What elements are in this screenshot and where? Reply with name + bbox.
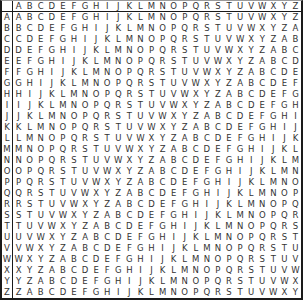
grid-cell: U [91, 155, 102, 166]
grid-cell: V [290, 254, 301, 265]
grid-cell: Z [35, 265, 46, 276]
grid-cell: V [46, 210, 57, 221]
grid-cell: D [235, 111, 246, 122]
grid-cell: T [57, 177, 68, 188]
grid-cell: O [257, 210, 268, 221]
grid-cell: D [13, 45, 24, 56]
grid-cell: D [279, 67, 290, 78]
grid-cell: W [146, 122, 157, 133]
grid-cell: B [190, 133, 201, 144]
grid-cell: N [35, 133, 46, 144]
grid-cell: H [223, 166, 234, 177]
grid-cell: O [246, 221, 257, 232]
grid-cell: W [135, 133, 146, 144]
grid-cell: P [135, 56, 146, 67]
grid-cell: X [80, 199, 91, 210]
grid-cell: H [35, 67, 46, 78]
grid-cell: Y [179, 111, 190, 122]
grid-cell: T [146, 89, 157, 100]
grid-cell: C [201, 133, 212, 144]
grid-cell: A [268, 45, 279, 56]
grid-cell: E [102, 254, 113, 265]
grid-cell: Q [124, 78, 135, 89]
grid-cell: Z [146, 155, 157, 166]
grid-cell: K [68, 67, 79, 78]
grid-cell: W [212, 56, 223, 67]
grid-cell: Y [146, 144, 157, 155]
grid-cell: A [80, 232, 91, 243]
grid-cell: D [57, 287, 68, 298]
grid-cell: P [279, 199, 290, 210]
grid-cell: G [91, 287, 102, 298]
grid-cell: L [91, 56, 102, 67]
grid-cell: Y [246, 45, 257, 56]
grid-cell: D [168, 177, 179, 188]
grid-cell: S [235, 276, 246, 287]
grid-cell: R [223, 276, 234, 287]
grid-cell: B [46, 276, 57, 287]
grid-cell: N [91, 78, 102, 89]
grid-cell: E [246, 111, 257, 122]
grid-cell: G [268, 111, 279, 122]
col-header-cell: E [57, 1, 68, 12]
row-header-cell: P [2, 177, 13, 188]
grid-cell: E [146, 210, 157, 221]
row-header-cell: A [2, 12, 13, 23]
grid-cell: O [235, 232, 246, 243]
row-header-cell: Q [2, 188, 13, 199]
grid-cell: P [91, 100, 102, 111]
grid-cell: H [80, 23, 91, 34]
grid-cell: L [223, 210, 234, 221]
grid-cell: D [102, 243, 113, 254]
grid-cell: N [235, 221, 246, 232]
grid-cell: F [268, 100, 279, 111]
grid-cell: U [57, 188, 68, 199]
grid-cell: D [190, 155, 201, 166]
grid-cell: P [168, 23, 179, 34]
grid-cell: R [24, 188, 35, 199]
row-header-cell: N [2, 155, 13, 166]
grid-cell: E [179, 177, 190, 188]
grid-cell: L [13, 133, 24, 144]
grid-cell: G [279, 100, 290, 111]
grid-cell: S [201, 23, 212, 34]
col-header-cell: F [68, 1, 79, 12]
row-header-cell: O [2, 166, 13, 177]
grid-cell: O [279, 188, 290, 199]
grid-cell: M [246, 199, 257, 210]
grid-cell: G [246, 133, 257, 144]
grid-cell: L [24, 122, 35, 133]
grid-cell: W [35, 232, 46, 243]
grid-cell: F [80, 287, 91, 298]
grid-cell: P [46, 144, 57, 155]
grid-cell: T [257, 265, 268, 276]
grid-cell: Q [190, 12, 201, 23]
grid-cell: W [290, 265, 301, 276]
grid-cell: X [35, 243, 46, 254]
grid-cell: I [102, 12, 113, 23]
grid-cell: A [91, 221, 102, 232]
grid-cell: J [279, 133, 290, 144]
grid-cell: U [268, 265, 279, 276]
grid-cell: S [290, 221, 301, 232]
grid-cell: R [68, 144, 79, 155]
grid-cell: K [24, 111, 35, 122]
grid-cell: W [223, 45, 234, 56]
grid-cell: Y [57, 232, 68, 243]
grid-cell: T [135, 100, 146, 111]
grid-cell: U [157, 89, 168, 100]
grid-cell: Y [212, 78, 223, 89]
grid-cell: C [91, 243, 102, 254]
col-header-cell: N [157, 1, 168, 12]
grid-cell: L [102, 45, 113, 56]
grid-cell: N [80, 89, 91, 100]
grid-cell: K [113, 23, 124, 34]
grid-cell: F [91, 276, 102, 287]
grid-cell: X [168, 111, 179, 122]
grid-cell: J [113, 12, 124, 23]
grid-cell: B [290, 34, 301, 45]
grid-cell: F [124, 243, 135, 254]
row-header-cell: S [2, 210, 13, 221]
grid-cell: B [91, 232, 102, 243]
grid-cell: M [157, 287, 168, 298]
grid-cell: P [290, 188, 301, 199]
grid-cell: A [212, 100, 223, 111]
grid-cell: H [168, 221, 179, 232]
row-header-cell: L [2, 133, 13, 144]
grid-cell: O [268, 199, 279, 210]
grid-cell: W [13, 254, 24, 265]
grid-cell: Q [212, 276, 223, 287]
grid-cell: K [179, 243, 190, 254]
grid-cell: R [46, 166, 57, 177]
grid-cell: G [201, 177, 212, 188]
grid-cell: P [146, 45, 157, 56]
grid-cell: G [80, 12, 91, 23]
grid-cell: V [223, 34, 234, 45]
grid-cell: C [80, 254, 91, 265]
grid-cell: F [179, 188, 190, 199]
grid-cell: T [91, 144, 102, 155]
grid-cell: D [257, 89, 268, 100]
grid-cell: K [268, 155, 279, 166]
grid-cell: R [290, 210, 301, 221]
grid-cell: S [57, 166, 68, 177]
grid-cell: E [268, 89, 279, 100]
grid-cell: X [223, 56, 234, 67]
grid-cell: B [113, 210, 124, 221]
grid-cell: U [223, 23, 234, 34]
grid-cell: N [135, 34, 146, 45]
grid-cell: K [102, 34, 113, 45]
grid-cell: J [290, 122, 301, 133]
col-header-cell: Y [279, 1, 290, 12]
grid-cell: Z [46, 254, 57, 265]
grid-cell: A [68, 243, 79, 254]
grid-cell: Y [102, 188, 113, 199]
grid-cell: U [190, 56, 201, 67]
grid-cell: K [146, 276, 157, 287]
grid-cell: N [124, 45, 135, 56]
grid-cell: B [212, 111, 223, 122]
grid-cell: W [201, 67, 212, 78]
grid-cell: I [124, 276, 135, 287]
grid-cell: J [13, 111, 24, 122]
grid-cell: R [246, 254, 257, 265]
col-header-cell: Q [190, 1, 201, 12]
grid-cell: L [35, 111, 46, 122]
grid-cell: L [46, 100, 57, 111]
grid-cell: Y [190, 100, 201, 111]
grid-cell: V [246, 12, 257, 23]
grid-cell: P [13, 177, 24, 188]
grid-cell: S [80, 144, 91, 155]
col-header-cell: Z [290, 1, 301, 12]
grid-cell: U [24, 221, 35, 232]
grid-cell: B [146, 177, 157, 188]
grid-cell: N [279, 177, 290, 188]
grid-cell: Y [201, 89, 212, 100]
grid-cell: X [57, 221, 68, 232]
grid-cell: G [57, 34, 68, 45]
col-header-cell: O [168, 1, 179, 12]
grid-cell: R [91, 122, 102, 133]
grid-cell: E [46, 23, 57, 34]
grid-cell: Q [179, 23, 190, 34]
grid-cell: Q [268, 221, 279, 232]
grid-cell: T [13, 221, 24, 232]
grid-cell: C [279, 56, 290, 67]
grid-cell: F [157, 210, 168, 221]
row-header-cell: J [2, 111, 13, 122]
grid-cell: M [279, 166, 290, 177]
grid-cell: Q [102, 100, 113, 111]
grid-cell: K [279, 144, 290, 155]
grid-cell: N [46, 122, 57, 133]
grid-cell: G [235, 144, 246, 155]
grid-cell: U [201, 45, 212, 56]
grid-cell: J [257, 155, 268, 166]
grid-cell: K [246, 177, 257, 188]
grid-cell: A [35, 276, 46, 287]
grid-cell: L [268, 166, 279, 177]
grid-cell: B [157, 166, 168, 177]
grid-cell: J [135, 276, 146, 287]
grid-cell: C [57, 276, 68, 287]
grid-cell: O [146, 34, 157, 45]
grid-cell: B [13, 23, 24, 34]
grid-cell: Q [13, 188, 24, 199]
grid-cell: W [246, 23, 257, 34]
grid-cell: V [57, 199, 68, 210]
grid-cell: J [68, 56, 79, 67]
grid-cell: E [24, 45, 35, 56]
grid-cell: W [157, 111, 168, 122]
grid-cell: C [113, 221, 124, 232]
grid-cell: U [46, 199, 57, 210]
grid-cell: F [135, 232, 146, 243]
grid-cell: R [157, 56, 168, 67]
grid-cell: Z [157, 144, 168, 155]
grid-cell: M [102, 56, 113, 67]
col-header-cell: G [80, 1, 91, 12]
grid-cell: O [80, 100, 91, 111]
grid-cell: Q [24, 177, 35, 188]
grid-cell: L [201, 232, 212, 243]
grid-cell: Z [201, 100, 212, 111]
grid-cell: M [13, 144, 24, 155]
grid-cell: H [135, 254, 146, 265]
grid-cell: C [290, 45, 301, 56]
grid-cell: R [279, 221, 290, 232]
grid-cell: L [290, 144, 301, 155]
grid-cell: Q [168, 34, 179, 45]
grid-cell: V [257, 287, 268, 298]
grid-cell: L [57, 89, 68, 100]
grid-cell: Z [257, 45, 268, 56]
grid-cell: I [235, 166, 246, 177]
grid-cell: P [24, 166, 35, 177]
grid-cell: E [257, 100, 268, 111]
grid-cell: S [190, 34, 201, 45]
col-header-cell: A [13, 1, 24, 12]
col-header-cell: C [35, 1, 46, 12]
grid-cell: Y [268, 23, 279, 34]
grid-cell: X [146, 133, 157, 144]
grid-cell: W [102, 166, 113, 177]
grid-cell: C [157, 177, 168, 188]
grid-cell: B [257, 67, 268, 78]
grid-cell: I [223, 177, 234, 188]
grid-cell: M [35, 122, 46, 133]
grid-cell: U [13, 232, 24, 243]
grid-cell: V [157, 100, 168, 111]
grid-cell: A [235, 78, 246, 89]
grid-cell: S [24, 199, 35, 210]
grid-cell: D [290, 56, 301, 67]
grid-cell: I [190, 210, 201, 221]
grid-cell: Z [113, 188, 124, 199]
grid-cell: I [80, 34, 91, 45]
grid-cell: T [168, 67, 179, 78]
row-header-cell: K [2, 122, 13, 133]
grid-cell: T [124, 111, 135, 122]
grid-cell: E [201, 155, 212, 166]
grid-cell: Q [146, 56, 157, 67]
grid-cell: I [257, 144, 268, 155]
grid-cell: V [146, 111, 157, 122]
grid-cell: T [201, 34, 212, 45]
grid-cell: T [80, 155, 91, 166]
grid-cell: S [157, 67, 168, 78]
grid-cell: L [168, 265, 179, 276]
grid-cell: D [113, 232, 124, 243]
row-header-cell: F [2, 67, 13, 78]
grid-cell: M [46, 111, 57, 122]
grid-cell: K [135, 287, 146, 298]
grid-cell: Q [201, 287, 212, 298]
grid-cell: T [35, 199, 46, 210]
grid-cell: X [46, 232, 57, 243]
grid-cell: X [24, 254, 35, 265]
grid-cell: S [68, 155, 79, 166]
grid-cell: U [168, 78, 179, 89]
grid-cell: Y [91, 199, 102, 210]
grid-cell: P [124, 67, 135, 78]
grid-cell: M [146, 12, 157, 23]
grid-cell: R [80, 133, 91, 144]
grid-cell: E [223, 133, 234, 144]
grid-cell: J [91, 34, 102, 45]
grid-cell: L [135, 12, 146, 23]
grid-cell: U [35, 210, 46, 221]
grid-cell: E [80, 276, 91, 287]
grid-cell: A [246, 67, 257, 78]
grid-cell: R [257, 243, 268, 254]
grid-cell: F [235, 133, 246, 144]
grid-cell: D [124, 221, 135, 232]
grid-cell: S [13, 210, 24, 221]
grid-cell: H [146, 243, 157, 254]
grid-cell: K [212, 210, 223, 221]
grid-cell: W [235, 34, 246, 45]
grid-cell: Z [246, 56, 257, 67]
grid-cell: H [201, 188, 212, 199]
grid-cell: G [113, 265, 124, 276]
grid-cell: W [91, 177, 102, 188]
grid-cell: O [113, 67, 124, 78]
grid-cell: J [223, 188, 234, 199]
grid-cell: G [179, 199, 190, 210]
grid-cell: J [246, 166, 257, 177]
col-header-cell: B [24, 1, 35, 12]
grid-cell: S [168, 56, 179, 67]
grid-cell: S [223, 287, 234, 298]
grid-cell: Q [113, 89, 124, 100]
grid-cell: L [124, 23, 135, 34]
row-header-cell: V [2, 243, 13, 254]
grid-cell: X [257, 23, 268, 34]
grid-cell: Z [179, 122, 190, 133]
grid-cell: O [201, 265, 212, 276]
grid-cell: G [168, 210, 179, 221]
grid-cell: X [91, 188, 102, 199]
grid-cell: B [102, 221, 113, 232]
grid-cell: U [124, 122, 135, 133]
grid-cell: K [124, 12, 135, 23]
grid-cell: M [68, 89, 79, 100]
grid-cell: Z [135, 166, 146, 177]
grid-cell: O [24, 155, 35, 166]
grid-cell: T [68, 166, 79, 177]
grid-cell: A [190, 122, 201, 133]
grid-cell: F [102, 265, 113, 276]
grid-cell: J [146, 265, 157, 276]
grid-cell: I [268, 133, 279, 144]
grid-cell: V [113, 144, 124, 155]
grid-cell: Z [190, 111, 201, 122]
grid-cell: I [279, 122, 290, 133]
grid-cell: V [13, 243, 24, 254]
grid-cell: S [46, 177, 57, 188]
grid-cell: O [35, 144, 46, 155]
grid-cell: L [157, 276, 168, 287]
grid-cell: F [57, 23, 68, 34]
